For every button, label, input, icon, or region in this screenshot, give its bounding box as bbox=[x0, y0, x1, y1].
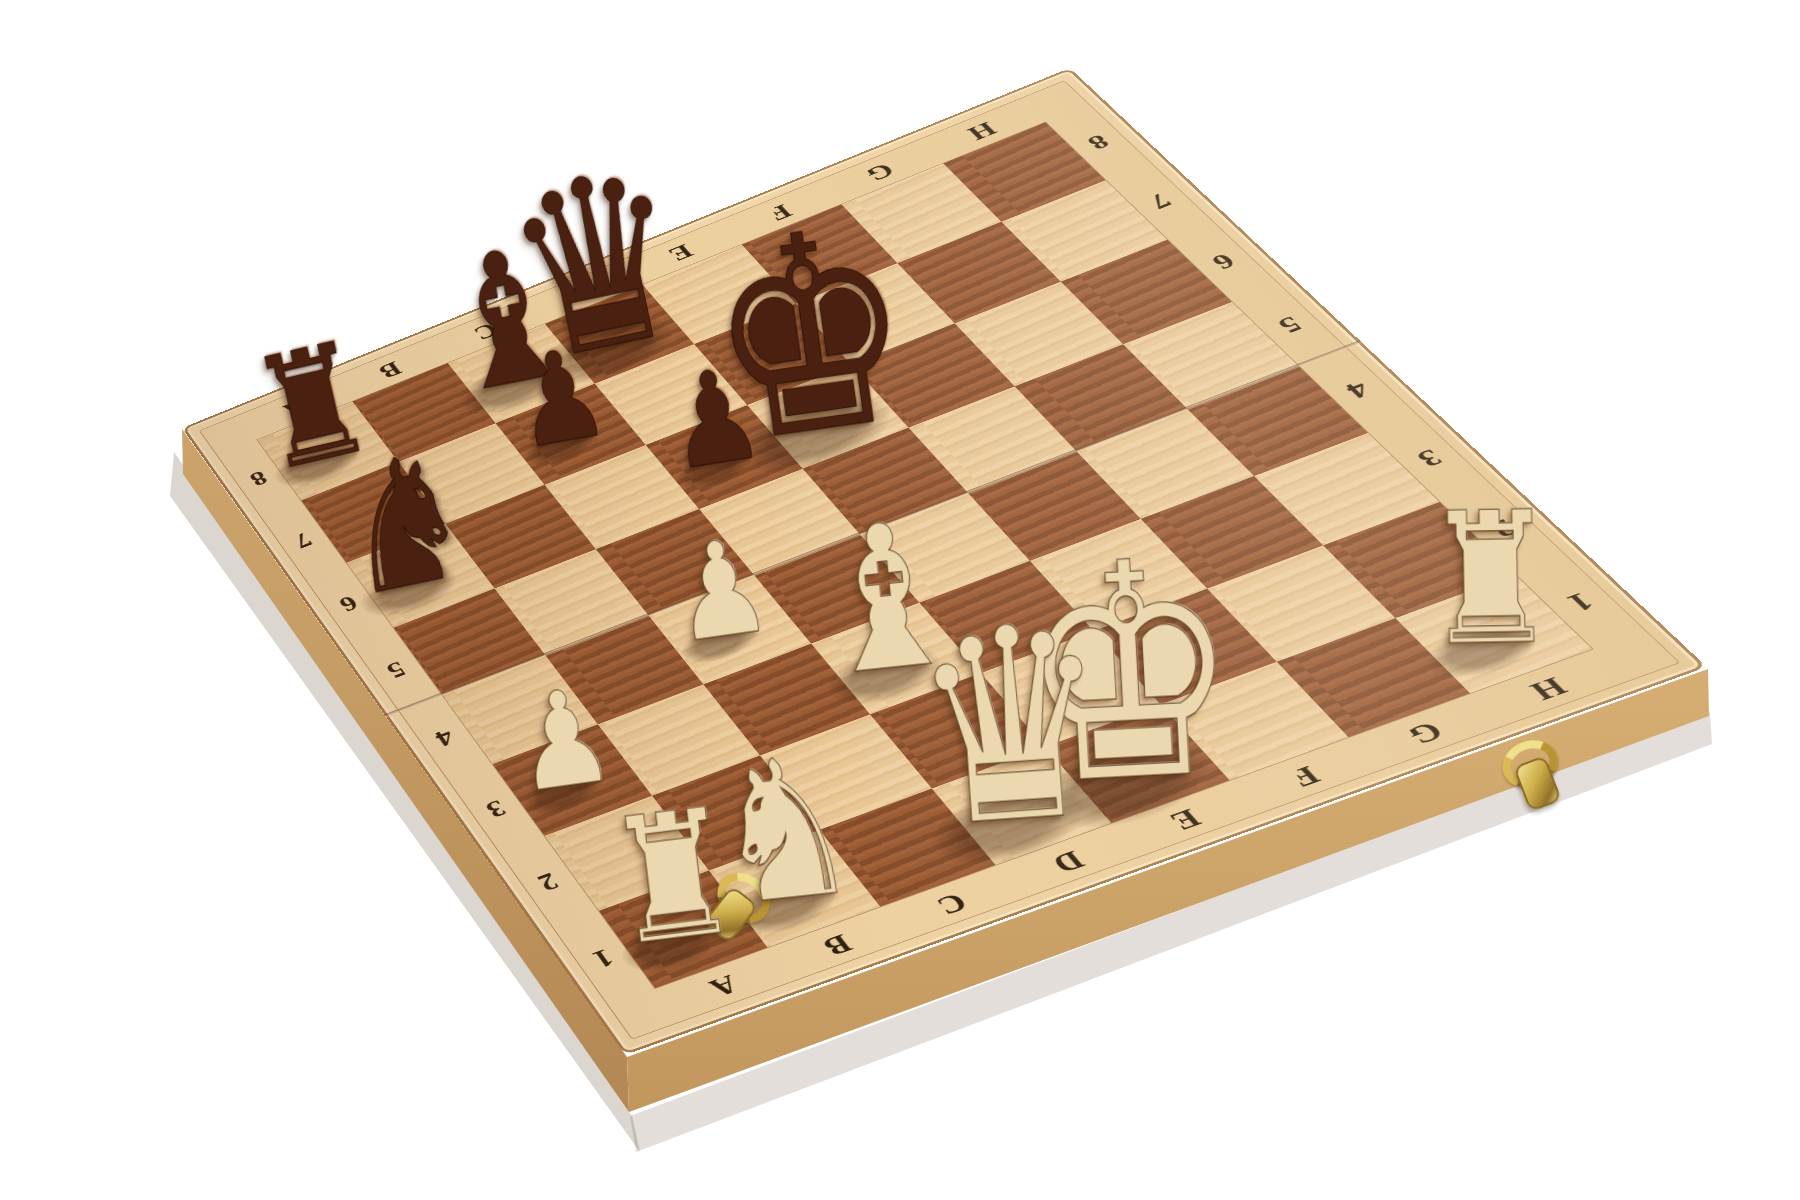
piece-white-rook-a1[interactable]: ♜ bbox=[592, 782, 755, 972]
piece-white-queen-d1[interactable]: ♛ bbox=[894, 586, 1130, 867]
piece-black-pawn-c7[interactable]: ♟ bbox=[499, 327, 621, 467]
piece-white-rook-h1[interactable]: ♜ bbox=[1415, 486, 1568, 671]
chess-set-photo: AABBCCDDEEFFGGHH8877665544332211 ♜♞♝♛♟♟♚… bbox=[0, 0, 1800, 1200]
piece-white-pawn-c4[interactable]: ♟ bbox=[658, 518, 783, 663]
piece-black-pawn-d6[interactable]: ♟ bbox=[653, 348, 776, 490]
